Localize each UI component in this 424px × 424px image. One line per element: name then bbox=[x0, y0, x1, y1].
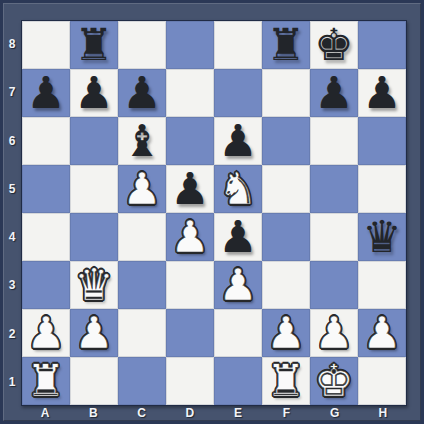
file-label-c: C bbox=[118, 407, 166, 420]
square-a5[interactable] bbox=[22, 165, 70, 213]
rank-label-5: 5 bbox=[3, 165, 21, 213]
piece-black-bishop[interactable]: ♝ bbox=[122, 117, 161, 165]
square-h2[interactable]: ♟ bbox=[358, 309, 406, 357]
square-e1[interactable] bbox=[214, 357, 262, 405]
file-label-a: A bbox=[21, 407, 69, 420]
square-c8[interactable] bbox=[118, 21, 166, 69]
piece-black-king[interactable]: ♚ bbox=[314, 21, 353, 69]
square-f8[interactable]: ♜ bbox=[262, 21, 310, 69]
square-b4[interactable] bbox=[70, 213, 118, 261]
square-b1[interactable] bbox=[70, 357, 118, 405]
chess-board: ♜♜♚♟♟♟♟♟♝♟♟♟♞♟♟♛♛♟♟♟♟♟♟♜♜♚ bbox=[21, 20, 407, 406]
piece-black-pawn[interactable]: ♟ bbox=[122, 69, 161, 117]
square-f2[interactable]: ♟ bbox=[262, 309, 310, 357]
square-e8[interactable] bbox=[214, 21, 262, 69]
square-e3[interactable]: ♟ bbox=[214, 261, 262, 309]
chess-board-frame: 87654321 ♜♜♚♟♟♟♟♟♝♟♟♟♞♟♟♛♛♟♟♟♟♟♟♜♜♚ ABCD… bbox=[0, 0, 424, 424]
piece-white-pawn[interactable]: ♟ bbox=[218, 261, 257, 309]
file-labels: ABCDEFGH bbox=[21, 407, 407, 420]
piece-white-queen[interactable]: ♛ bbox=[74, 261, 113, 309]
square-c5[interactable]: ♟ bbox=[118, 165, 166, 213]
square-a8[interactable] bbox=[22, 21, 70, 69]
square-a4[interactable] bbox=[22, 213, 70, 261]
piece-black-pawn[interactable]: ♟ bbox=[74, 69, 113, 117]
square-d4[interactable]: ♟ bbox=[166, 213, 214, 261]
square-a3[interactable] bbox=[22, 261, 70, 309]
square-h3[interactable] bbox=[358, 261, 406, 309]
square-g2[interactable]: ♟ bbox=[310, 309, 358, 357]
square-f6[interactable] bbox=[262, 117, 310, 165]
file-label-b: B bbox=[69, 407, 117, 420]
square-b5[interactable] bbox=[70, 165, 118, 213]
square-a2[interactable]: ♟ bbox=[22, 309, 70, 357]
rank-label-4: 4 bbox=[3, 213, 21, 261]
rank-label-7: 7 bbox=[3, 68, 21, 116]
piece-white-pawn[interactable]: ♟ bbox=[266, 309, 305, 357]
file-label-d: D bbox=[166, 407, 214, 420]
square-c2[interactable] bbox=[118, 309, 166, 357]
square-h6[interactable] bbox=[358, 117, 406, 165]
square-d5[interactable]: ♟ bbox=[166, 165, 214, 213]
square-b8[interactable]: ♜ bbox=[70, 21, 118, 69]
square-f5[interactable] bbox=[262, 165, 310, 213]
square-e6[interactable]: ♟ bbox=[214, 117, 262, 165]
rank-label-2: 2 bbox=[3, 310, 21, 358]
square-d1[interactable] bbox=[166, 357, 214, 405]
file-label-e: E bbox=[214, 407, 262, 420]
rank-label-3: 3 bbox=[3, 261, 21, 309]
square-b6[interactable] bbox=[70, 117, 118, 165]
piece-black-pawn[interactable]: ♟ bbox=[314, 69, 353, 117]
square-h4[interactable]: ♛ bbox=[358, 213, 406, 261]
piece-white-rook[interactable]: ♜ bbox=[266, 357, 305, 405]
square-b2[interactable]: ♟ bbox=[70, 309, 118, 357]
file-label-f: F bbox=[262, 407, 310, 420]
square-h8[interactable] bbox=[358, 21, 406, 69]
square-c3[interactable] bbox=[118, 261, 166, 309]
square-a7[interactable]: ♟ bbox=[22, 69, 70, 117]
piece-white-pawn[interactable]: ♟ bbox=[122, 165, 161, 213]
square-f4[interactable] bbox=[262, 213, 310, 261]
piece-black-rook[interactable]: ♜ bbox=[74, 21, 113, 69]
square-e2[interactable] bbox=[214, 309, 262, 357]
file-label-h: H bbox=[359, 407, 407, 420]
piece-black-pawn[interactable]: ♟ bbox=[218, 213, 257, 261]
square-h7[interactable]: ♟ bbox=[358, 69, 406, 117]
piece-white-knight[interactable]: ♞ bbox=[218, 165, 257, 213]
square-g3[interactable] bbox=[310, 261, 358, 309]
piece-black-pawn[interactable]: ♟ bbox=[218, 117, 257, 165]
piece-white-pawn[interactable]: ♟ bbox=[26, 309, 65, 357]
piece-black-rook[interactable]: ♜ bbox=[266, 21, 305, 69]
square-f1[interactable]: ♜ bbox=[262, 357, 310, 405]
piece-white-pawn[interactable]: ♟ bbox=[170, 213, 209, 261]
square-g1[interactable]: ♚ bbox=[310, 357, 358, 405]
square-d6[interactable] bbox=[166, 117, 214, 165]
square-b3[interactable]: ♛ bbox=[70, 261, 118, 309]
piece-black-pawn[interactable]: ♟ bbox=[26, 69, 65, 117]
rank-label-6: 6 bbox=[3, 117, 21, 165]
piece-white-pawn[interactable]: ♟ bbox=[74, 309, 113, 357]
piece-white-rook[interactable]: ♜ bbox=[26, 357, 65, 405]
square-h5[interactable] bbox=[358, 165, 406, 213]
square-h1[interactable] bbox=[358, 357, 406, 405]
square-a6[interactable] bbox=[22, 117, 70, 165]
square-c7[interactable]: ♟ bbox=[118, 69, 166, 117]
square-c6[interactable]: ♝ bbox=[118, 117, 166, 165]
square-d8[interactable] bbox=[166, 21, 214, 69]
rank-label-1: 1 bbox=[3, 358, 21, 406]
square-g5[interactable] bbox=[310, 165, 358, 213]
square-e7[interactable] bbox=[214, 69, 262, 117]
square-d3[interactable] bbox=[166, 261, 214, 309]
file-label-g: G bbox=[311, 407, 359, 420]
square-f7[interactable] bbox=[262, 69, 310, 117]
square-d2[interactable] bbox=[166, 309, 214, 357]
piece-black-queen[interactable]: ♛ bbox=[362, 213, 401, 261]
piece-white-king[interactable]: ♚ bbox=[314, 357, 353, 405]
piece-white-pawn[interactable]: ♟ bbox=[362, 309, 401, 357]
square-e4[interactable]: ♟ bbox=[214, 213, 262, 261]
square-f3[interactable] bbox=[262, 261, 310, 309]
piece-black-pawn[interactable]: ♟ bbox=[170, 165, 209, 213]
square-c4[interactable] bbox=[118, 213, 166, 261]
square-b7[interactable]: ♟ bbox=[70, 69, 118, 117]
square-g6[interactable] bbox=[310, 117, 358, 165]
square-g7[interactable]: ♟ bbox=[310, 69, 358, 117]
square-g8[interactable]: ♚ bbox=[310, 21, 358, 69]
piece-white-pawn[interactable]: ♟ bbox=[314, 309, 353, 357]
rank-label-8: 8 bbox=[3, 20, 21, 68]
square-e5[interactable]: ♞ bbox=[214, 165, 262, 213]
square-d7[interactable] bbox=[166, 69, 214, 117]
piece-black-pawn[interactable]: ♟ bbox=[362, 69, 401, 117]
square-c1[interactable] bbox=[118, 357, 166, 405]
square-a1[interactable]: ♜ bbox=[22, 357, 70, 405]
rank-labels: 87654321 bbox=[3, 20, 21, 406]
square-g4[interactable] bbox=[310, 213, 358, 261]
